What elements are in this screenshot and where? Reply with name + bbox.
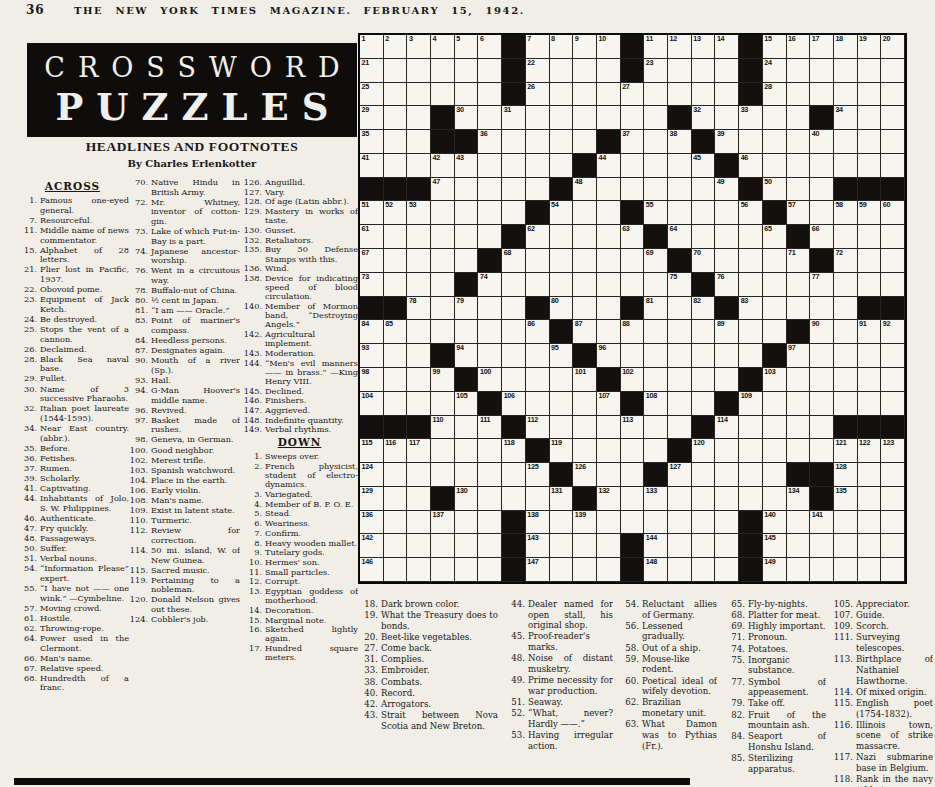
grid-cell[interactable] (692, 225, 716, 249)
grid-cell[interactable]: 9 (573, 35, 597, 59)
grid-cell[interactable]: 49 (715, 178, 739, 202)
grid-cell[interactable] (881, 130, 905, 154)
grid-cell[interactable] (407, 487, 431, 511)
grid-cell[interactable] (526, 154, 550, 178)
grid-cell[interactable] (858, 558, 882, 582)
grid-cell[interactable]: 86 (526, 320, 550, 344)
grid-cell[interactable] (455, 534, 479, 558)
grid-cell[interactable]: 45 (692, 154, 716, 178)
grid-cell[interactable] (478, 344, 502, 368)
grid-cell[interactable] (431, 249, 455, 273)
grid-cell[interactable]: 99 (431, 368, 455, 392)
grid-cell[interactable] (834, 83, 858, 107)
grid-cell[interactable] (787, 558, 811, 582)
grid-cell[interactable] (573, 416, 597, 440)
grid-cell[interactable] (715, 534, 739, 558)
grid-cell[interactable] (787, 59, 811, 83)
grid-cell[interactable]: 141 (810, 511, 834, 535)
grid-cell[interactable]: 78 (407, 297, 431, 321)
grid-cell[interactable] (431, 534, 455, 558)
grid-cell[interactable] (692, 201, 716, 225)
grid-cell[interactable] (478, 201, 502, 225)
grid-cell[interactable] (407, 463, 431, 487)
grid-cell[interactable] (407, 392, 431, 416)
grid-cell[interactable] (834, 154, 858, 178)
grid-cell[interactable] (407, 344, 431, 368)
grid-cell[interactable] (763, 130, 787, 154)
grid-cell[interactable] (597, 273, 621, 297)
grid-cell[interactable]: 47 (431, 178, 455, 202)
grid-cell[interactable]: 41 (360, 154, 384, 178)
grid-cell[interactable] (763, 439, 787, 463)
grid-cell[interactable] (621, 487, 645, 511)
grid-cell[interactable]: 79 (455, 297, 479, 321)
grid-cell[interactable] (407, 225, 431, 249)
grid-cell[interactable]: 8 (550, 35, 574, 59)
grid-cell[interactable] (407, 83, 431, 107)
grid-cell[interactable] (407, 273, 431, 297)
grid-cell[interactable] (478, 534, 502, 558)
grid-cell[interactable] (739, 439, 763, 463)
grid-cell[interactable] (384, 392, 408, 416)
grid-cell[interactable]: 128 (834, 463, 858, 487)
grid-cell[interactable] (502, 487, 526, 511)
grid-cell[interactable]: 57 (787, 201, 811, 225)
grid-cell[interactable] (455, 178, 479, 202)
grid-cell[interactable] (384, 225, 408, 249)
grid-cell[interactable]: 65 (763, 225, 787, 249)
grid-cell[interactable] (692, 368, 716, 392)
grid-cell[interactable]: 70 (692, 249, 716, 273)
grid-cell[interactable]: 12 (668, 35, 692, 59)
grid-cell[interactable] (668, 320, 692, 344)
grid-cell[interactable] (573, 130, 597, 154)
grid-cell[interactable] (597, 249, 621, 273)
grid-cell[interactable] (692, 178, 716, 202)
grid-cell[interactable] (810, 59, 834, 83)
grid-cell[interactable] (621, 106, 645, 130)
grid-cell[interactable]: 53 (407, 201, 431, 225)
grid-cell[interactable]: 133 (644, 487, 668, 511)
grid-cell[interactable]: 71 (787, 249, 811, 273)
grid-cell[interactable]: 138 (526, 511, 550, 535)
grid-cell[interactable] (810, 344, 834, 368)
grid-cell[interactable] (644, 344, 668, 368)
grid-cell[interactable]: 75 (668, 273, 692, 297)
grid-cell[interactable] (384, 130, 408, 154)
grid-cell[interactable]: 88 (621, 320, 645, 344)
grid-cell[interactable] (573, 439, 597, 463)
grid-cell[interactable]: 64 (668, 225, 692, 249)
grid-cell[interactable] (715, 83, 739, 107)
grid-cell[interactable]: 104 (360, 392, 384, 416)
grid-cell[interactable]: 34 (834, 106, 858, 130)
grid-cell[interactable] (763, 297, 787, 321)
grid-cell[interactable] (834, 511, 858, 535)
grid-cell[interactable] (668, 154, 692, 178)
grid-cell[interactable] (834, 59, 858, 83)
grid-cell[interactable]: 4 (431, 35, 455, 59)
grid-cell[interactable] (692, 463, 716, 487)
grid-cell[interactable]: 110 (431, 416, 455, 440)
grid-cell[interactable] (597, 178, 621, 202)
grid-cell[interactable] (431, 297, 455, 321)
grid-cell[interactable] (787, 178, 811, 202)
grid-cell[interactable] (668, 178, 692, 202)
grid-cell[interactable] (478, 83, 502, 107)
grid-cell[interactable]: 125 (526, 463, 550, 487)
grid-cell[interactable] (644, 511, 668, 535)
grid-cell[interactable]: 31 (502, 106, 526, 130)
grid-cell[interactable]: 90 (810, 320, 834, 344)
grid-cell[interactable] (407, 106, 431, 130)
grid-cell[interactable] (502, 297, 526, 321)
grid-cell[interactable] (384, 106, 408, 130)
grid-cell[interactable]: 126 (573, 463, 597, 487)
grid-cell[interactable]: 51 (360, 201, 384, 225)
grid-cell[interactable] (881, 154, 905, 178)
grid-cell[interactable] (644, 368, 668, 392)
grid-cell[interactable]: 20 (881, 35, 905, 59)
grid-cell[interactable] (739, 249, 763, 273)
grid-cell[interactable] (621, 439, 645, 463)
grid-cell[interactable] (858, 487, 882, 511)
grid-cell[interactable] (834, 392, 858, 416)
grid-cell[interactable] (550, 368, 574, 392)
grid-cell[interactable] (478, 463, 502, 487)
grid-cell[interactable] (431, 463, 455, 487)
grid-cell[interactable] (881, 368, 905, 392)
grid-cell[interactable] (455, 249, 479, 273)
grid-cell[interactable] (668, 392, 692, 416)
grid-cell[interactable] (407, 154, 431, 178)
grid-cell[interactable] (431, 558, 455, 582)
grid-cell[interactable] (384, 83, 408, 107)
grid-cell[interactable] (858, 249, 882, 273)
grid-cell[interactable] (810, 534, 834, 558)
grid-cell[interactable] (644, 130, 668, 154)
grid-cell[interactable] (668, 511, 692, 535)
grid-cell[interactable] (763, 320, 787, 344)
grid-cell[interactable] (384, 59, 408, 83)
grid-cell[interactable] (573, 249, 597, 273)
grid-cell[interactable] (455, 511, 479, 535)
grid-cell[interactable] (644, 273, 668, 297)
grid-cell[interactable] (668, 368, 692, 392)
grid-cell[interactable] (431, 439, 455, 463)
grid-cell[interactable]: 44 (597, 154, 621, 178)
grid-cell[interactable]: 69 (644, 249, 668, 273)
grid-cell[interactable] (455, 320, 479, 344)
grid-cell[interactable] (407, 534, 431, 558)
grid-cell[interactable] (644, 154, 668, 178)
grid-cell[interactable] (715, 439, 739, 463)
grid-cell[interactable] (407, 368, 431, 392)
grid-cell[interactable] (455, 225, 479, 249)
grid-cell[interactable]: 146 (360, 558, 384, 582)
grid-cell[interactable] (597, 83, 621, 107)
grid-cell[interactable] (692, 83, 716, 107)
grid-cell[interactable] (763, 487, 787, 511)
grid-cell[interactable] (715, 558, 739, 582)
grid-cell[interactable]: 24 (763, 59, 787, 83)
grid-cell[interactable] (597, 201, 621, 225)
grid-cell[interactable] (384, 368, 408, 392)
grid-cell[interactable] (881, 534, 905, 558)
grid-cell[interactable]: 89 (715, 320, 739, 344)
grid-cell[interactable] (810, 178, 834, 202)
grid-cell[interactable] (692, 59, 716, 83)
grid-cell[interactable]: 145 (763, 534, 787, 558)
grid-cell[interactable] (478, 178, 502, 202)
grid-cell[interactable] (834, 368, 858, 392)
grid-cell[interactable] (644, 320, 668, 344)
grid-cell[interactable] (597, 463, 621, 487)
grid-cell[interactable] (431, 201, 455, 225)
grid-cell[interactable]: 115 (360, 439, 384, 463)
grid-cell[interactable] (384, 273, 408, 297)
grid-cell[interactable] (526, 344, 550, 368)
grid-cell[interactable]: 40 (810, 130, 834, 154)
grid-cell[interactable] (858, 463, 882, 487)
grid-cell[interactable] (384, 249, 408, 273)
grid-cell[interactable]: 122 (858, 439, 882, 463)
grid-cell[interactable] (810, 416, 834, 440)
grid-cell[interactable] (692, 344, 716, 368)
grid-cell[interactable] (881, 344, 905, 368)
grid-cell[interactable] (834, 297, 858, 321)
grid-cell[interactable]: 62 (526, 225, 550, 249)
grid-cell[interactable] (858, 225, 882, 249)
grid-cell[interactable] (550, 59, 574, 83)
grid-cell[interactable] (644, 83, 668, 107)
grid-cell[interactable]: 140 (763, 511, 787, 535)
grid-cell[interactable] (573, 59, 597, 83)
grid-cell[interactable] (478, 511, 502, 535)
grid-cell[interactable] (407, 249, 431, 273)
grid-cell[interactable] (407, 59, 431, 83)
grid-cell[interactable]: 144 (644, 534, 668, 558)
grid-cell[interactable] (573, 201, 597, 225)
grid-cell[interactable]: 55 (644, 201, 668, 225)
grid-cell[interactable]: 137 (431, 511, 455, 535)
grid-cell[interactable] (668, 201, 692, 225)
grid-cell[interactable] (692, 320, 716, 344)
grid-cell[interactable] (858, 130, 882, 154)
grid-cell[interactable]: 7 (526, 35, 550, 59)
grid-cell[interactable] (526, 487, 550, 511)
grid-cell[interactable]: 135 (834, 487, 858, 511)
grid-cell[interactable]: 118 (502, 439, 526, 463)
grid-cell[interactable]: 35 (360, 130, 384, 154)
grid-cell[interactable] (715, 249, 739, 273)
grid-cell[interactable]: 147 (526, 558, 550, 582)
grid-cell[interactable] (621, 511, 645, 535)
grid-cell[interactable] (787, 416, 811, 440)
grid-cell[interactable] (787, 106, 811, 130)
grid-cell[interactable]: 28 (763, 83, 787, 107)
grid-cell[interactable]: 117 (407, 439, 431, 463)
grid-cell[interactable] (621, 249, 645, 273)
grid-cell[interactable]: 139 (573, 511, 597, 535)
grid-cell[interactable]: 43 (455, 154, 479, 178)
grid-cell[interactable] (810, 558, 834, 582)
grid-cell[interactable] (597, 511, 621, 535)
grid-cell[interactable] (715, 463, 739, 487)
grid-cell[interactable] (715, 511, 739, 535)
grid-cell[interactable]: 38 (668, 130, 692, 154)
grid-cell[interactable] (384, 534, 408, 558)
grid-cell[interactable]: 18 (834, 35, 858, 59)
grid-cell[interactable]: 103 (763, 368, 787, 392)
grid-cell[interactable]: 80 (550, 297, 574, 321)
grid-cell[interactable] (502, 154, 526, 178)
grid-cell[interactable]: 29 (360, 106, 384, 130)
grid-cell[interactable]: 13 (692, 35, 716, 59)
grid-cell[interactable]: 36 (478, 130, 502, 154)
grid-cell[interactable]: 54 (550, 201, 574, 225)
grid-cell[interactable]: 23 (644, 59, 668, 83)
grid-cell[interactable] (478, 320, 502, 344)
grid-cell[interactable] (550, 225, 574, 249)
grid-cell[interactable]: 17 (810, 35, 834, 59)
grid-cell[interactable] (621, 178, 645, 202)
grid-cell[interactable] (478, 297, 502, 321)
grid-cell[interactable] (455, 201, 479, 225)
grid-cell[interactable] (715, 344, 739, 368)
grid-cell[interactable] (644, 106, 668, 130)
grid-cell[interactable] (763, 463, 787, 487)
grid-cell[interactable] (881, 392, 905, 416)
grid-cell[interactable] (597, 225, 621, 249)
grid-cell[interactable]: 76 (715, 273, 739, 297)
grid-cell[interactable] (881, 225, 905, 249)
grid-cell[interactable] (455, 416, 479, 440)
grid-cell[interactable]: 32 (692, 106, 716, 130)
grid-cell[interactable] (573, 297, 597, 321)
grid-cell[interactable] (858, 534, 882, 558)
grid-cell[interactable] (526, 178, 550, 202)
grid-cell[interactable]: 81 (644, 297, 668, 321)
grid-cell[interactable] (787, 297, 811, 321)
crossword-grid[interactable]: 1234567891011121314151617181920212223242… (358, 33, 907, 584)
grid-cell[interactable]: 73 (360, 273, 384, 297)
grid-cell[interactable] (763, 106, 787, 130)
grid-cell[interactable]: 61 (360, 225, 384, 249)
grid-cell[interactable]: 132 (597, 487, 621, 511)
grid-cell[interactable]: 33 (739, 106, 763, 130)
grid-cell[interactable] (621, 273, 645, 297)
grid-cell[interactable] (881, 487, 905, 511)
grid-cell[interactable]: 42 (431, 154, 455, 178)
grid-cell[interactable]: 107 (597, 392, 621, 416)
grid-cell[interactable] (858, 511, 882, 535)
grid-cell[interactable] (502, 273, 526, 297)
grid-cell[interactable]: 105 (455, 392, 479, 416)
grid-cell[interactable]: 91 (858, 320, 882, 344)
grid-cell[interactable] (787, 534, 811, 558)
grid-cell[interactable]: 94 (455, 344, 479, 368)
grid-cell[interactable]: 46 (739, 154, 763, 178)
grid-cell[interactable]: 124 (360, 463, 384, 487)
grid-cell[interactable]: 121 (834, 439, 858, 463)
grid-cell[interactable] (478, 59, 502, 83)
grid-cell[interactable] (810, 392, 834, 416)
grid-cell[interactable] (407, 558, 431, 582)
grid-cell[interactable]: 60 (881, 201, 905, 225)
grid-cell[interactable]: 108 (644, 392, 668, 416)
grid-cell[interactable] (407, 511, 431, 535)
grid-cell[interactable]: 148 (644, 558, 668, 582)
grid-cell[interactable] (621, 344, 645, 368)
grid-cell[interactable] (407, 130, 431, 154)
grid-cell[interactable] (597, 297, 621, 321)
grid-cell[interactable] (787, 83, 811, 107)
grid-cell[interactable] (597, 59, 621, 83)
grid-cell[interactable]: 87 (573, 320, 597, 344)
grid-cell[interactable]: 114 (715, 416, 739, 440)
grid-cell[interactable]: 123 (881, 439, 905, 463)
grid-cell[interactable] (810, 201, 834, 225)
grid-cell[interactable]: 142 (360, 534, 384, 558)
grid-cell[interactable] (550, 558, 574, 582)
grid-cell[interactable]: 96 (597, 344, 621, 368)
grid-cell[interactable]: 98 (360, 368, 384, 392)
grid-cell[interactable]: 56 (739, 201, 763, 225)
grid-cell[interactable]: 30 (455, 106, 479, 130)
grid-cell[interactable] (526, 130, 550, 154)
grid-cell[interactable]: 129 (360, 487, 384, 511)
grid-cell[interactable] (715, 201, 739, 225)
grid-cell[interactable]: 102 (621, 368, 645, 392)
grid-cell[interactable] (881, 83, 905, 107)
grid-cell[interactable] (526, 392, 550, 416)
grid-cell[interactable] (834, 273, 858, 297)
grid-cell[interactable]: 77 (810, 273, 834, 297)
grid-cell[interactable]: 37 (621, 130, 645, 154)
grid-cell[interactable] (739, 416, 763, 440)
grid-cell[interactable] (739, 463, 763, 487)
grid-cell[interactable] (597, 439, 621, 463)
grid-cell[interactable] (668, 558, 692, 582)
grid-cell[interactable]: 74 (478, 273, 502, 297)
grid-cell[interactable]: 97 (787, 344, 811, 368)
grid-cell[interactable] (431, 83, 455, 107)
grid-cell[interactable] (692, 534, 716, 558)
grid-cell[interactable] (597, 534, 621, 558)
grid-cell[interactable]: 136 (360, 511, 384, 535)
grid-cell[interactable]: 83 (739, 297, 763, 321)
grid-cell[interactable] (502, 320, 526, 344)
grid-cell[interactable] (692, 558, 716, 582)
grid-cell[interactable] (668, 534, 692, 558)
grid-cell[interactable] (384, 558, 408, 582)
grid-cell[interactable]: 149 (763, 558, 787, 582)
grid-cell[interactable] (692, 487, 716, 511)
grid-cell[interactable] (715, 225, 739, 249)
grid-cell[interactable] (763, 154, 787, 178)
grid-cell[interactable] (526, 249, 550, 273)
grid-cell[interactable] (455, 59, 479, 83)
grid-cell[interactable] (384, 154, 408, 178)
grid-cell[interactable] (787, 154, 811, 178)
grid-cell[interactable] (431, 320, 455, 344)
grid-cell[interactable] (431, 59, 455, 83)
grid-cell[interactable] (881, 106, 905, 130)
grid-cell[interactable] (573, 106, 597, 130)
grid-cell[interactable] (787, 439, 811, 463)
grid-cell[interactable] (834, 558, 858, 582)
